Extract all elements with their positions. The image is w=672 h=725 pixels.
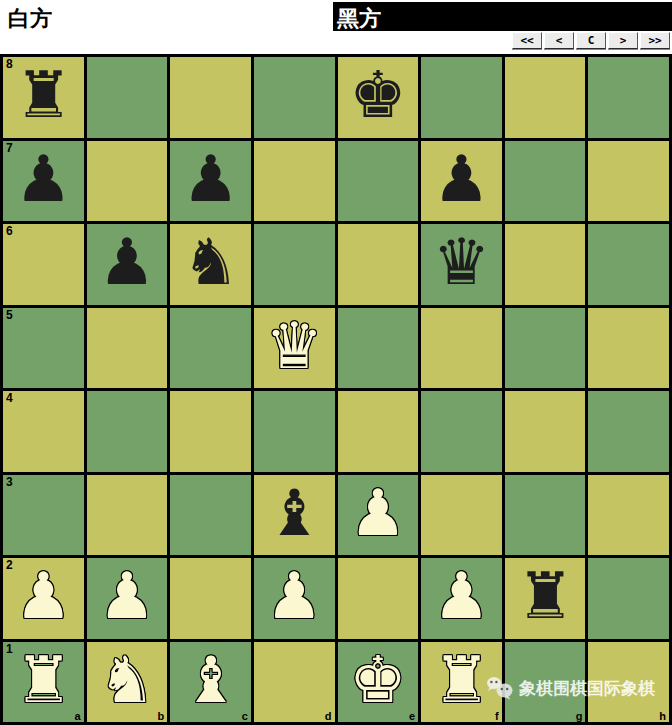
- square-c4[interactable]: [170, 391, 251, 472]
- square-d7[interactable]: [254, 141, 335, 222]
- file-label: c: [242, 711, 248, 722]
- white-rook-icon: ♜: [433, 648, 490, 712]
- square-f8[interactable]: [421, 57, 502, 138]
- square-f2[interactable]: ♟: [421, 558, 502, 639]
- rank-label: 6: [6, 225, 13, 237]
- square-g5[interactable]: [505, 308, 586, 389]
- file-label: b: [158, 711, 165, 722]
- square-c5[interactable]: [170, 308, 251, 389]
- square-a7[interactable]: 7♟: [3, 141, 84, 222]
- square-c3[interactable]: [170, 475, 251, 556]
- step-forward-button[interactable]: >: [608, 32, 638, 49]
- square-a8[interactable]: 8♜: [3, 57, 84, 138]
- white-pawn-icon: ♟: [266, 564, 323, 628]
- square-h6[interactable]: [588, 224, 669, 305]
- square-h5[interactable]: [588, 308, 669, 389]
- square-a2[interactable]: 2♟: [3, 558, 84, 639]
- black-knight-icon: ♞: [182, 230, 239, 294]
- square-b1[interactable]: b♞: [87, 642, 168, 723]
- square-f4[interactable]: [421, 391, 502, 472]
- rank-label: 2: [6, 559, 13, 571]
- black-queen-icon: ♛: [433, 230, 490, 294]
- square-d3[interactable]: ♝: [254, 475, 335, 556]
- square-c1[interactable]: c♝: [170, 642, 251, 723]
- square-h7[interactable]: [588, 141, 669, 222]
- center-button[interactable]: C: [576, 32, 606, 49]
- file-label: d: [325, 711, 332, 722]
- square-e2[interactable]: [338, 558, 419, 639]
- square-e7[interactable]: [338, 141, 419, 222]
- square-a3[interactable]: 3: [3, 475, 84, 556]
- square-e1[interactable]: e♚: [338, 642, 419, 723]
- square-b5[interactable]: [87, 308, 168, 389]
- square-h2[interactable]: [588, 558, 669, 639]
- square-c2[interactable]: [170, 558, 251, 639]
- square-b3[interactable]: [87, 475, 168, 556]
- black-pawn-icon: ♟: [15, 147, 72, 211]
- square-a5[interactable]: 5: [3, 308, 84, 389]
- rank-label: 4: [6, 392, 13, 404]
- rank-label: 5: [6, 309, 13, 321]
- white-knight-icon: ♞: [98, 648, 155, 712]
- square-a1[interactable]: 1a♜: [3, 642, 84, 723]
- file-label: a: [75, 711, 81, 722]
- white-king-icon: ♚: [349, 648, 406, 712]
- file-label: h: [659, 711, 666, 722]
- file-label: e: [409, 711, 415, 722]
- white-rook-icon: ♜: [15, 648, 72, 712]
- black-side-label: 黑方: [333, 2, 381, 34]
- square-b7[interactable]: [87, 141, 168, 222]
- square-g3[interactable]: [505, 475, 586, 556]
- white-pawn-icon: ♟: [433, 564, 490, 628]
- square-g8[interactable]: [505, 57, 586, 138]
- black-king-icon: ♚: [349, 63, 406, 127]
- black-bishop-icon: ♝: [266, 481, 323, 545]
- rank-label: 1: [6, 643, 13, 655]
- file-label: f: [495, 711, 499, 722]
- square-e3[interactable]: ♟: [338, 475, 419, 556]
- square-e8[interactable]: ♚: [338, 57, 419, 138]
- watermark-text: 象棋围棋国际象棋: [519, 677, 655, 700]
- black-side-bar: 黑方: [333, 2, 672, 31]
- square-h3[interactable]: [588, 475, 669, 556]
- white-pawn-icon: ♟: [349, 481, 406, 545]
- white-side-label: 白方: [8, 4, 52, 34]
- black-rook-icon: ♜: [15, 63, 72, 127]
- white-bishop-icon: ♝: [182, 648, 239, 712]
- square-g4[interactable]: [505, 391, 586, 472]
- square-f7[interactable]: ♟: [421, 141, 502, 222]
- rank-label: 3: [6, 476, 13, 488]
- square-d5[interactable]: ♛: [254, 308, 335, 389]
- square-g6[interactable]: [505, 224, 586, 305]
- chess-board: 8♜♚7♟♟♟6♟♞♛5♛43♝♟2♟♟♟♟♜1a♜b♞c♝de♚f♜gh: [0, 54, 672, 725]
- square-c7[interactable]: ♟: [170, 141, 251, 222]
- black-pawn-icon: ♟: [182, 147, 239, 211]
- square-d2[interactable]: ♟: [254, 558, 335, 639]
- rank-label: 8: [6, 58, 13, 70]
- black-pawn-icon: ♟: [433, 147, 490, 211]
- square-h4[interactable]: [588, 391, 669, 472]
- square-f5[interactable]: [421, 308, 502, 389]
- go-end-button[interactable]: >>: [640, 32, 670, 49]
- square-g2[interactable]: ♜: [505, 558, 586, 639]
- square-a6[interactable]: 6: [3, 224, 84, 305]
- white-queen-icon: ♛: [266, 314, 323, 378]
- black-rook-icon: ♜: [516, 564, 573, 628]
- square-c6[interactable]: ♞: [170, 224, 251, 305]
- move-nav-toolbar: << < C > >>: [0, 32, 672, 54]
- step-back-button[interactable]: <: [544, 32, 574, 49]
- black-pawn-icon: ♟: [98, 230, 155, 294]
- square-b6[interactable]: ♟: [87, 224, 168, 305]
- white-pawn-icon: ♟: [15, 564, 72, 628]
- square-b4[interactable]: [87, 391, 168, 472]
- square-d8[interactable]: [254, 57, 335, 138]
- white-pawn-icon: ♟: [98, 564, 155, 628]
- square-d4[interactable]: [254, 391, 335, 472]
- square-e5[interactable]: [338, 308, 419, 389]
- square-b8[interactable]: [87, 57, 168, 138]
- square-g7[interactable]: [505, 141, 586, 222]
- square-d1[interactable]: d: [254, 642, 335, 723]
- rank-label: 7: [6, 142, 13, 154]
- square-e6[interactable]: [338, 224, 419, 305]
- wechat-icon: [486, 676, 514, 700]
- go-start-button[interactable]: <<: [512, 32, 542, 49]
- header: 白方 黑方: [0, 0, 672, 32]
- watermark: 象棋围棋国际象棋: [486, 676, 655, 700]
- square-c8[interactable]: [170, 57, 251, 138]
- square-e4[interactable]: [338, 391, 419, 472]
- square-d6[interactable]: [254, 224, 335, 305]
- square-h8[interactable]: [588, 57, 669, 138]
- square-b2[interactable]: ♟: [87, 558, 168, 639]
- file-label: g: [576, 711, 583, 722]
- square-f3[interactable]: [421, 475, 502, 556]
- square-f6[interactable]: ♛: [421, 224, 502, 305]
- square-a4[interactable]: 4: [3, 391, 84, 472]
